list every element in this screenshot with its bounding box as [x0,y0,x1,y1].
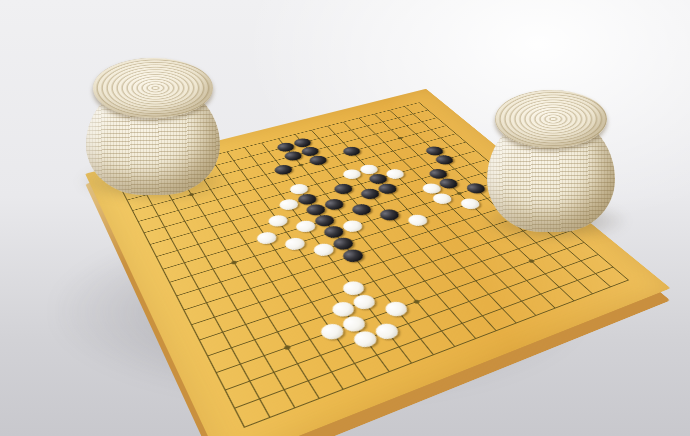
intersection [238,328,270,352]
intersection [223,352,256,377]
intersection [163,241,191,259]
intersection [578,264,611,284]
intersection [328,235,357,253]
intersection [391,312,424,335]
black-stone [339,247,366,264]
studio-background [0,0,690,436]
white-stone [310,241,336,258]
intersection [459,271,491,291]
intersection [272,223,300,240]
intersection [130,224,157,241]
intersection [148,260,176,279]
intersection [546,258,578,277]
intersection [252,306,283,328]
intersection [283,313,315,336]
intersection [326,335,359,359]
intersection [274,299,305,321]
intersection [424,234,454,252]
intersection [478,264,510,284]
intersection [295,292,326,313]
intersection [219,253,248,272]
intersection [300,229,328,247]
intersection [484,246,515,265]
intersection [215,336,247,360]
intersection [348,327,381,351]
intersection [327,298,359,320]
intersection [497,258,529,277]
intersection [515,252,546,271]
intersection [183,279,213,299]
intersection [177,224,204,241]
intersection [266,376,301,403]
intersection [564,251,596,270]
intersection [447,258,478,277]
intersection [611,270,644,290]
intersection [337,313,370,336]
intersection [251,403,287,432]
intersection [191,292,221,313]
intersection [227,265,256,285]
intersection [256,360,290,386]
intersection [542,277,575,297]
intersection [170,253,198,272]
intersection [318,253,348,272]
intersection [403,327,437,351]
intersection [348,259,378,278]
intersection [260,241,289,259]
intersection [198,306,229,328]
intersection [225,224,253,241]
intersection [466,252,497,271]
intersection [325,376,360,403]
star-point [283,344,291,350]
intersection [485,298,518,320]
intersection [205,272,234,292]
intersection [248,259,277,278]
intersection [593,277,626,297]
intersection [440,277,472,297]
intersection [412,305,445,327]
intersection [478,319,512,342]
intersection [175,313,206,336]
intersection [428,265,459,285]
white-stone [253,230,278,246]
intersection [315,320,348,343]
intersection [207,377,241,404]
intersection [387,246,417,265]
intersection [247,343,280,368]
intersection [523,284,556,305]
white-stone [281,236,307,252]
intersection [301,385,336,412]
intersection [389,278,420,298]
white-stone [339,279,367,298]
intersection [348,367,383,393]
black-stone [330,235,356,251]
intersection [400,291,432,312]
star-point [412,299,420,304]
intersection [256,272,286,292]
intersection [280,351,314,376]
intersection [358,305,390,327]
intersection [393,351,428,376]
intersection [136,235,163,253]
intersection [378,265,409,285]
intersection [432,298,465,320]
intersection [161,285,191,306]
intersection [206,321,238,344]
intersection [142,247,170,266]
intersection [415,343,450,368]
white-stone [349,328,379,349]
white-stone [371,321,401,342]
white-stone [328,299,357,319]
intersection [309,241,338,259]
intersection [458,327,492,350]
intersection [198,259,227,278]
intersection [327,265,357,285]
intersection [397,258,428,277]
white-stone [339,314,368,334]
intersection [154,272,183,292]
intersection [252,229,280,247]
intersection [442,228,472,246]
intersection [504,291,537,312]
intersection [420,284,452,305]
intersection [556,290,590,311]
intersection [437,335,472,359]
intersection [277,265,307,285]
intersection [276,394,312,422]
intersection [381,335,415,359]
intersection [596,257,628,276]
intersection [371,359,406,385]
intersection [424,319,458,342]
intersection [367,252,397,271]
white-stone [349,292,378,311]
intersection [199,360,232,386]
intersection [293,328,326,352]
intersection [212,241,240,259]
intersection [518,304,552,326]
intersection [157,230,184,248]
intersection [472,284,505,305]
intersection [395,229,424,247]
intersection [417,252,448,271]
intersection [307,272,337,292]
intersection [452,291,485,312]
intersection [298,259,328,278]
intersection [314,359,348,385]
star-point [230,260,237,265]
intersection [232,368,266,394]
intersection [408,271,439,291]
intersection [289,247,318,266]
intersection [204,229,232,247]
intersection [560,270,593,290]
white-stone [381,299,410,319]
intersection [491,277,523,297]
intersection [232,235,260,253]
intersection [240,247,269,266]
intersection [510,271,542,291]
intersection [191,247,219,266]
right-bowl [487,88,615,232]
intersection [184,235,212,253]
star-point [527,259,534,264]
left-bowl [86,58,220,195]
intersection [465,305,498,327]
white-stone [317,321,347,342]
intersection [357,240,386,258]
left-bowl-lid [93,58,213,118]
intersection [221,299,252,321]
intersection [226,413,262,436]
intersection [498,312,532,335]
intersection [243,292,274,313]
intersection [305,306,337,328]
intersection [213,285,243,306]
intersection [317,285,348,306]
intersection [358,271,389,291]
black-stone [320,224,346,240]
intersection [359,343,393,368]
intersection [337,351,371,376]
intersection [533,245,564,264]
intersection [379,298,411,320]
intersection [280,235,309,253]
intersection [261,320,293,343]
intersection [216,394,251,422]
intersection [235,278,265,298]
intersection [338,246,368,265]
intersection [528,264,560,284]
intersection [265,285,296,306]
intersection [406,240,436,258]
intersection [303,343,337,368]
intersection [575,283,609,304]
intersection [268,253,297,272]
intersection [241,385,276,412]
intersection [270,335,303,359]
intersection [347,229,376,247]
intersection [176,266,205,286]
intersection [582,245,614,264]
intersection [229,313,261,336]
intersection [348,291,380,312]
intersection [290,368,325,394]
intersection [445,312,479,335]
intersection [168,299,198,321]
intersection [376,234,405,252]
intersection [370,320,403,343]
right-bowl-lid [495,90,607,148]
intersection [537,297,571,319]
intersection [183,328,215,352]
intersection [435,246,465,265]
intersection [368,284,400,305]
intersection [286,278,317,298]
intersection [191,344,223,369]
intersection [337,278,368,298]
